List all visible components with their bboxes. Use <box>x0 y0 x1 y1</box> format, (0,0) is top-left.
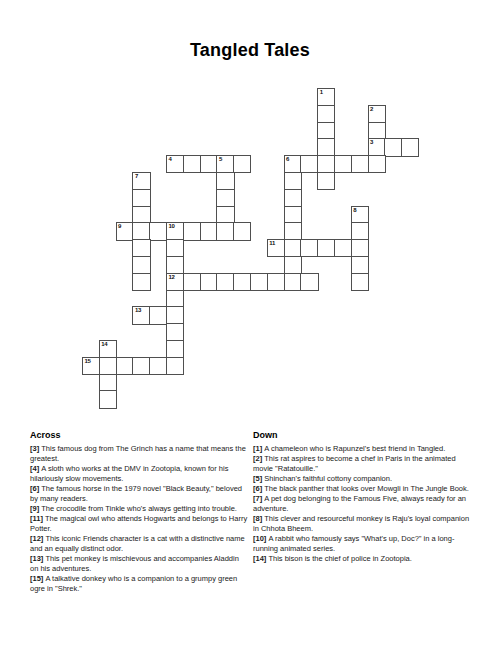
grid-cell[interactable] <box>166 306 184 324</box>
grid-cell[interactable] <box>132 273 150 291</box>
across-clues-column: Across [3] This famous dog from The Grin… <box>30 430 248 594</box>
puzzle-title: Tangled Tales <box>0 40 500 61</box>
clue-number: [4] <box>30 464 41 473</box>
cell-number: 15 <box>85 358 91 365</box>
grid-cell[interactable] <box>284 256 302 274</box>
cell-number: 7 <box>135 173 138 180</box>
grid-cell[interactable]: 4 <box>166 155 184 173</box>
cell-number: 2 <box>370 106 373 113</box>
grid-cell[interactable] <box>132 189 150 207</box>
cell-number: 4 <box>169 156 172 163</box>
grid-cell[interactable]: 11 <box>267 239 285 257</box>
grid-cell[interactable] <box>166 340 184 358</box>
cell-number: 8 <box>353 207 356 214</box>
page: Tangled Tales 123456789101112131415 Acro… <box>0 0 500 647</box>
grid-cell[interactable] <box>216 222 234 240</box>
grid-cell[interactable]: 2 <box>368 105 386 123</box>
grid-cell[interactable] <box>149 357 167 375</box>
clue-number: [1] <box>253 444 264 453</box>
grid-cell[interactable]: 13 <box>132 306 150 324</box>
clue-number: [9] <box>30 504 41 513</box>
grid-cell[interactable] <box>233 155 251 173</box>
clue-across-4: [4] A sloth who works at the DMV in Zoot… <box>30 464 248 484</box>
grid-cell[interactable] <box>334 155 352 173</box>
clue-down-7: [7] A pet dog belonging to the Famous Fi… <box>253 494 471 514</box>
clue-across-9: [9] The crocodile from Tinkle who's alwa… <box>30 504 248 514</box>
clue-number: [5] <box>253 474 264 483</box>
grid-cell[interactable] <box>368 155 386 173</box>
grid-cell[interactable] <box>351 256 369 274</box>
grid-cell[interactable]: 14 <box>99 340 117 358</box>
grid-cell[interactable] <box>250 273 268 291</box>
grid-cell[interactable] <box>317 172 335 190</box>
down-clues-column: Down [1] A chameleon who is Rapunzel's b… <box>253 430 471 564</box>
grid-cell[interactable] <box>351 273 369 291</box>
clue-down-6: [6] The black panther that looks over Mo… <box>253 484 471 494</box>
grid-cell[interactable] <box>216 206 234 224</box>
grid-cell[interactable]: 10 <box>166 222 184 240</box>
clue-number: [8] <box>253 514 264 523</box>
grid-cell[interactable] <box>99 390 117 408</box>
clue-number: [3] <box>30 444 41 453</box>
grid-cell[interactable] <box>216 273 234 291</box>
cell-number: 3 <box>370 139 373 146</box>
grid-cell[interactable] <box>284 206 302 224</box>
cell-number: 14 <box>101 341 107 348</box>
grid-cell[interactable] <box>317 138 335 156</box>
cell-number: 5 <box>219 156 222 163</box>
clue-down-1: [1] A chameleon who is Rapunzel's best f… <box>253 444 471 454</box>
crossword-grid: 123456789101112131415 <box>82 88 419 409</box>
cell-number: 11 <box>269 240 275 247</box>
clue-across-3: [3] This famous dog from The Grinch has … <box>30 444 248 464</box>
grid-cell[interactable] <box>284 172 302 190</box>
grid-cell[interactable]: 12 <box>166 273 184 291</box>
clue-down-10: [10] A rabbit who famously says "What's … <box>253 534 471 554</box>
grid-cell[interactable] <box>200 155 218 173</box>
clue-across-12: [12] This iconic Friends character is a … <box>30 534 248 554</box>
clue-across-15: [15] A talkative donkey who is a compani… <box>30 574 248 594</box>
clue-number: [10] <box>253 534 268 543</box>
grid-cell[interactable] <box>166 256 184 274</box>
grid-cell[interactable] <box>200 222 218 240</box>
grid-cell[interactable] <box>317 155 335 173</box>
grid-cell[interactable] <box>183 273 201 291</box>
clue-number: [7] <box>253 494 264 503</box>
grid-cell[interactable] <box>99 374 117 392</box>
grid-cell[interactable] <box>132 239 150 257</box>
grid-cell[interactable]: 9 <box>116 222 134 240</box>
grid-cell[interactable] <box>300 155 318 173</box>
grid-cell[interactable] <box>351 155 369 173</box>
grid-cell[interactable]: 15 <box>82 357 100 375</box>
grid-cell[interactable] <box>284 273 302 291</box>
grid-cell[interactable] <box>368 122 386 140</box>
grid-cell[interactable]: 6 <box>284 155 302 173</box>
grid-cell[interactable] <box>233 222 251 240</box>
grid-cell[interactable] <box>384 138 402 156</box>
clue-down-8: [8] This clever and resourceful monkey i… <box>253 514 471 534</box>
grid-cell[interactable] <box>351 222 369 240</box>
clue-down-14: [14] This bison is the chief of police i… <box>253 554 471 564</box>
grid-cell[interactable] <box>132 256 150 274</box>
cell-number: 13 <box>135 307 141 314</box>
grid-cell[interactable] <box>317 122 335 140</box>
cell-number: 6 <box>286 156 289 163</box>
grid-cell[interactable]: 3 <box>368 138 386 156</box>
grid-cell[interactable] <box>166 290 184 308</box>
across-clues-list: [3] This famous dog from The Grinch has … <box>30 444 248 594</box>
grid-cell[interactable]: 5 <box>216 155 234 173</box>
grid-cell[interactable]: 8 <box>351 206 369 224</box>
grid-cell[interactable] <box>334 239 352 257</box>
clue-number: [6] <box>253 484 264 493</box>
clue-number: [6] <box>30 484 41 493</box>
grid-cell[interactable] <box>300 273 318 291</box>
clue-across-13: [13] This pet monkey is mischievous and … <box>30 554 248 574</box>
grid-cell[interactable] <box>166 357 184 375</box>
grid-cell[interactable] <box>351 239 369 257</box>
clue-number: [15] <box>30 574 45 583</box>
grid-cell[interactable]: 7 <box>132 172 150 190</box>
grid-cell[interactable] <box>166 239 184 257</box>
grid-cell[interactable] <box>116 357 134 375</box>
grid-cell[interactable]: 1 <box>317 88 335 106</box>
grid-cell[interactable] <box>99 357 117 375</box>
grid-cell[interactable] <box>284 239 302 257</box>
clue-number: [2] <box>253 454 264 463</box>
cell-number: 12 <box>169 274 175 281</box>
clue-number: [13] <box>30 554 45 563</box>
grid-cell[interactable] <box>233 273 251 291</box>
grid-cell[interactable] <box>183 222 201 240</box>
grid-cell[interactable] <box>300 239 318 257</box>
grid-cell[interactable] <box>132 206 150 224</box>
grid-cell[interactable] <box>401 138 419 156</box>
clue-across-6: [6] The famous horse in the 1979 novel "… <box>30 484 248 504</box>
clue-number: [11] <box>30 514 45 523</box>
grid-cell[interactable] <box>267 273 285 291</box>
grid-cell[interactable] <box>216 189 234 207</box>
grid-cell[interactable] <box>317 105 335 123</box>
clue-number: [12] <box>30 534 45 543</box>
cell-number: 10 <box>169 223 175 230</box>
down-clues-list: [1] A chameleon who is Rapunzel's best f… <box>253 444 471 564</box>
grid-cell[interactable] <box>149 306 167 324</box>
clue-down-2: [2] This rat aspires to become a chef in… <box>253 454 471 474</box>
clue-across-11: [11] The magical owl who attends Hogwart… <box>30 514 248 534</box>
grid-cell[interactable] <box>317 239 335 257</box>
down-header: Down <box>253 430 471 440</box>
grid-cell[interactable] <box>149 222 167 240</box>
grid-cell[interactable] <box>284 189 302 207</box>
grid-cell[interactable] <box>132 357 150 375</box>
grid-cell[interactable] <box>284 222 302 240</box>
cell-number: 1 <box>320 89 323 96</box>
grid-cell[interactable] <box>216 172 234 190</box>
grid-cell[interactable] <box>200 273 218 291</box>
clue-down-5: [5] Shinchan's faithful cottony companio… <box>253 474 471 484</box>
grid-cell[interactable] <box>183 155 201 173</box>
grid-cell[interactable] <box>132 222 150 240</box>
grid-cell[interactable] <box>166 323 184 341</box>
cell-number: 9 <box>118 223 121 230</box>
clue-number: [14] <box>253 554 268 563</box>
across-header: Across <box>30 430 248 440</box>
